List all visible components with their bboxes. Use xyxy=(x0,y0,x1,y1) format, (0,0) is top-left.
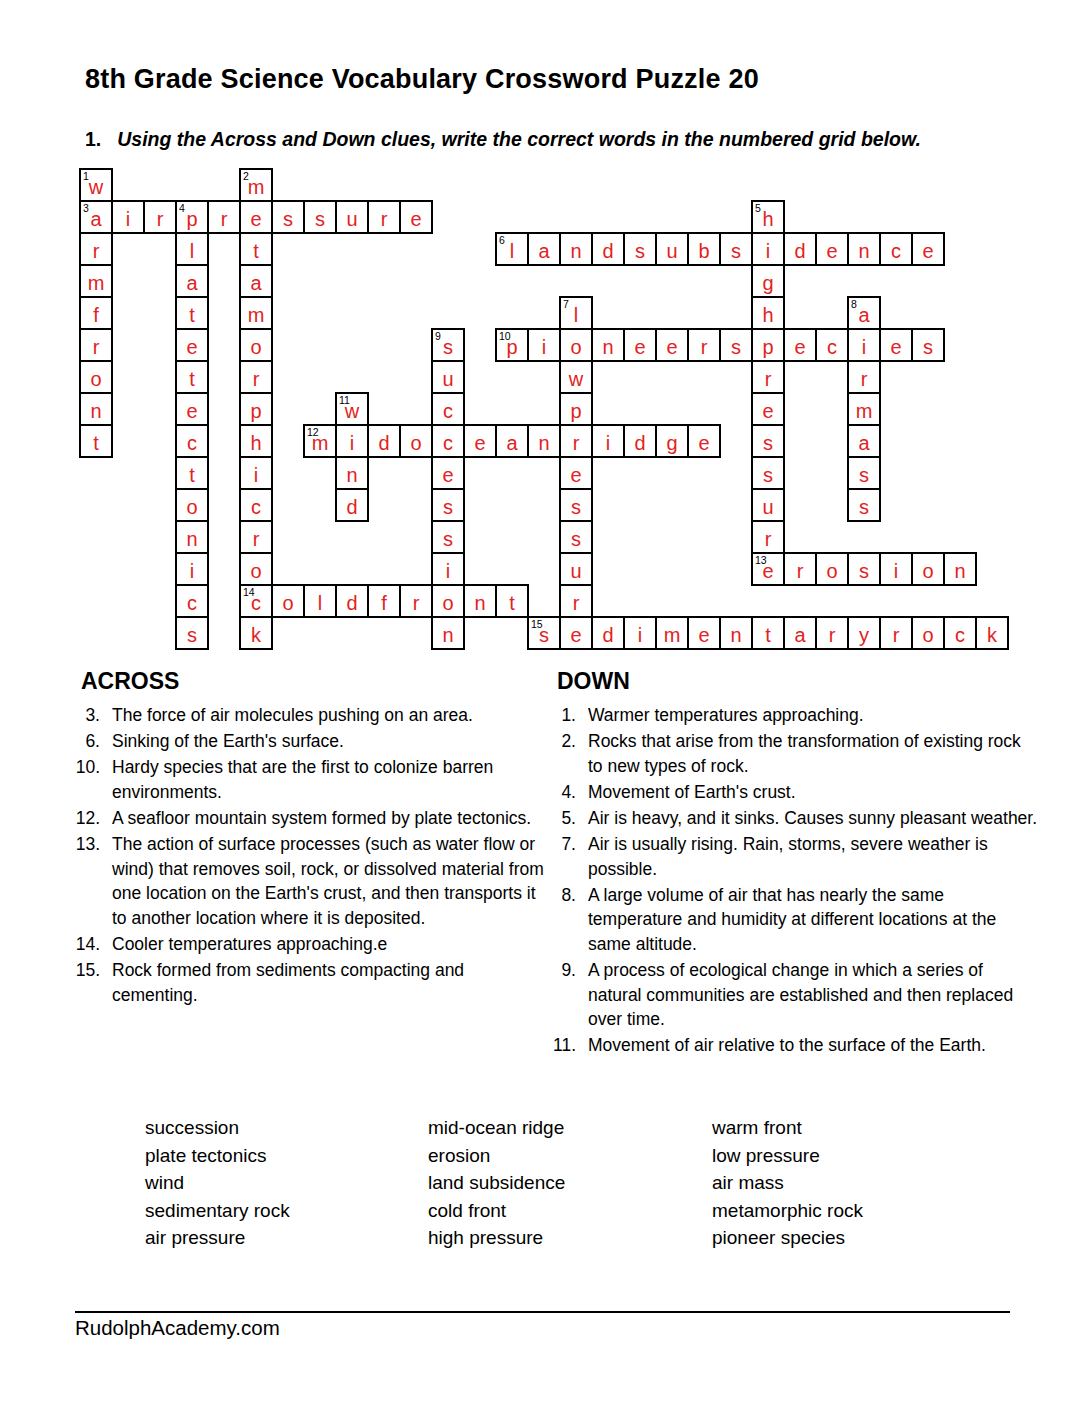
clue-item: 1.Warmer temperatures approaching. xyxy=(540,703,1040,728)
grid-cell[interactable]: s xyxy=(719,328,753,362)
cell-letter: i xyxy=(337,432,367,454)
cell-letter: d xyxy=(369,432,399,454)
grid-cell[interactable]: 10p xyxy=(495,328,529,362)
cell-letter: i xyxy=(177,560,207,582)
grid-cell[interactable]: n xyxy=(79,392,113,426)
grid-cell[interactable]: y xyxy=(847,616,881,650)
cell-letter: w xyxy=(81,176,111,198)
cell-letter: i xyxy=(849,336,879,358)
grid-cell[interactable]: u xyxy=(335,200,369,234)
clue-item: 2.Rocks that arise from the transformati… xyxy=(540,729,1040,778)
grid-cell[interactable]: s xyxy=(559,488,593,522)
cell-letter: c xyxy=(817,336,847,358)
cell-letter: i xyxy=(881,560,911,582)
grid-cell[interactable]: r xyxy=(559,424,593,458)
grid-cell[interactable]: a xyxy=(783,616,817,650)
cell-letter: s xyxy=(625,240,655,262)
grid-cell[interactable]: 11w xyxy=(335,392,369,426)
grid-cell[interactable]: e xyxy=(815,232,849,266)
across-clue-list: 3.The force of air molecules pushing on … xyxy=(64,703,546,1007)
grid-cell[interactable]: c xyxy=(175,424,209,458)
cell-letter: r xyxy=(561,432,591,454)
cell-letter: o xyxy=(241,560,271,582)
clue-item-number: 10. xyxy=(64,755,100,804)
word-bank-word: plate tectonics xyxy=(145,1142,290,1170)
cell-letter: r xyxy=(369,208,399,230)
grid-cell[interactable]: 13e xyxy=(751,552,785,586)
cell-letter: u xyxy=(657,240,687,262)
cell-letter: s xyxy=(529,624,559,646)
clue-item-text: Rocks that arise from the transformation… xyxy=(588,729,1040,778)
cell-letter: n xyxy=(465,592,495,614)
cell-letter: c xyxy=(881,240,911,262)
grid-cell[interactable]: d xyxy=(335,488,369,522)
clue-item-number: 1. xyxy=(540,703,576,728)
cell-letter: f xyxy=(369,592,399,614)
cell-letter: d xyxy=(785,240,815,262)
clue-item-number: 8. xyxy=(540,883,576,957)
grid-cell[interactable]: a xyxy=(175,264,209,298)
clue-item-number: 14. xyxy=(64,932,100,957)
grid-cell[interactable]: s xyxy=(271,200,305,234)
grid-cell[interactable]: d xyxy=(367,424,401,458)
grid-cell[interactable]: e xyxy=(655,328,689,362)
clue-item-number: 2. xyxy=(540,729,576,778)
grid-cell[interactable]: t xyxy=(495,584,529,618)
grid-cell[interactable]: a xyxy=(847,424,881,458)
grid-cell[interactable]: s xyxy=(559,520,593,554)
cell-letter: e xyxy=(561,624,591,646)
grid-cell[interactable]: f xyxy=(367,584,401,618)
grid-cell[interactable]: e xyxy=(623,328,657,362)
grid-cell[interactable]: e xyxy=(751,392,785,426)
grid-cell[interactable]: 9s xyxy=(431,328,465,362)
cell-letter: n xyxy=(561,240,591,262)
grid-cell[interactable]: k xyxy=(239,616,273,650)
clue-item: 10.Hardy species that are the first to c… xyxy=(64,755,546,804)
grid-cell[interactable]: s xyxy=(303,200,337,234)
grid-cell[interactable]: p xyxy=(239,392,273,426)
grid-cell[interactable]: 12m xyxy=(303,424,337,458)
grid-cell[interactable]: n xyxy=(591,328,625,362)
cell-letter: m xyxy=(305,432,335,454)
grid-cell[interactable]: n xyxy=(559,232,593,266)
down-heading: DOWN xyxy=(557,668,1040,695)
grid-cell[interactable]: u xyxy=(655,232,689,266)
grid-cell[interactable]: u xyxy=(751,488,785,522)
cell-letter: a xyxy=(849,432,879,454)
cell-letter: r xyxy=(817,624,847,646)
cell-letter: o xyxy=(81,368,111,390)
grid-cell[interactable]: i xyxy=(239,456,273,490)
clue-item-number: 6. xyxy=(64,729,100,754)
grid-cell[interactable]: e xyxy=(559,616,593,650)
grid-cell[interactable]: i xyxy=(431,552,465,586)
grid-cell[interactable]: t xyxy=(751,616,785,650)
footer-divider xyxy=(75,1311,1010,1313)
grid-cell[interactable]: s xyxy=(847,488,881,522)
grid-cell[interactable]: a xyxy=(239,264,273,298)
cell-letter: o xyxy=(561,336,591,358)
grid-cell[interactable]: o xyxy=(79,360,113,394)
cell-letter: u xyxy=(433,368,463,390)
grid-cell[interactable]: i xyxy=(591,424,625,458)
cell-letter: r xyxy=(561,592,591,614)
cell-letter: e xyxy=(657,336,687,358)
grid-cell[interactable]: 7l xyxy=(559,296,593,330)
grid-cell[interactable]: i xyxy=(111,200,145,234)
across-heading: ACROSS xyxy=(81,668,546,695)
cell-letter: r xyxy=(689,336,719,358)
cell-letter: e xyxy=(433,464,463,486)
grid-cell[interactable]: b xyxy=(687,232,721,266)
cell-letter: w xyxy=(337,400,367,422)
grid-cell[interactable]: m xyxy=(655,616,689,650)
grid-cell[interactable]: 15s xyxy=(527,616,561,650)
cell-letter: e xyxy=(465,432,495,454)
grid-cell[interactable]: r xyxy=(815,616,849,650)
clue-item-number: 12. xyxy=(64,806,100,831)
cell-letter: e xyxy=(785,336,815,358)
grid-cell[interactable]: i xyxy=(879,552,913,586)
grid-cell[interactable]: r xyxy=(207,200,241,234)
grid-cell[interactable]: g xyxy=(655,424,689,458)
clue-item-text: Air is usually rising. Rain, storms, sev… xyxy=(588,832,1040,881)
grid-cell[interactable]: o xyxy=(271,584,305,618)
grid-cell[interactable]: 3a xyxy=(79,200,113,234)
grid-cell[interactable]: p xyxy=(559,392,593,426)
clue-item-text: Hardy species that are the first to colo… xyxy=(112,755,546,804)
clue-item-number: 3. xyxy=(64,703,100,728)
grid-cell[interactable]: s xyxy=(911,328,945,362)
cell-letter: r xyxy=(209,208,239,230)
grid-cell[interactable]: d xyxy=(783,232,817,266)
grid-cell[interactable]: e xyxy=(463,424,497,458)
clue-item-text: Rock formed from sediments compacting an… xyxy=(112,958,546,1007)
grid-cell[interactable]: p xyxy=(751,328,785,362)
cell-letter: l xyxy=(177,240,207,262)
grid-cell[interactable]: t xyxy=(175,360,209,394)
grid-cell[interactable]: c xyxy=(879,232,913,266)
cell-letter: t xyxy=(81,432,111,454)
grid-cell[interactable]: e xyxy=(783,328,817,362)
clue-item-number: 4. xyxy=(540,780,576,805)
grid-cell[interactable]: m xyxy=(79,264,113,298)
grid-cell[interactable]: h xyxy=(239,424,273,458)
cell-letter: d xyxy=(593,240,623,262)
cell-letter: t xyxy=(177,464,207,486)
grid-cell[interactable]: i xyxy=(847,328,881,362)
grid-cell[interactable]: r xyxy=(399,584,433,618)
grid-cell[interactable]: 4p xyxy=(175,200,209,234)
cell-letter: s xyxy=(849,496,879,518)
cell-letter: i xyxy=(529,336,559,358)
grid-cell[interactable]: t xyxy=(175,456,209,490)
cell-letter: t xyxy=(753,624,783,646)
grid-cell[interactable]: r xyxy=(751,360,785,394)
grid-cell[interactable]: r xyxy=(879,616,913,650)
grid-cell[interactable]: r xyxy=(367,200,401,234)
cell-letter: e xyxy=(625,336,655,358)
grid-cell[interactable]: 6l xyxy=(495,232,529,266)
cell-letter: p xyxy=(753,336,783,358)
cell-letter: u xyxy=(561,560,591,582)
grid-cell[interactable]: e xyxy=(175,328,209,362)
grid-cell[interactable]: o xyxy=(239,328,273,362)
cell-letter: r xyxy=(401,592,431,614)
cell-letter: r xyxy=(753,368,783,390)
cell-letter: h xyxy=(241,432,271,454)
grid-cell[interactable]: i xyxy=(527,328,561,362)
cell-letter: k xyxy=(241,624,271,646)
clue-item-number: 15. xyxy=(64,958,100,1007)
worksheet-page: 8th Grade Science Vocabulary Crossword P… xyxy=(0,0,1088,1408)
cell-letter: n xyxy=(849,240,879,262)
grid-cell[interactable]: d xyxy=(335,584,369,618)
clue-item-text: A process of ecological change in which … xyxy=(588,958,1040,1032)
clue-item-text: Air is heavy, and it sinks. Causes sunny… xyxy=(588,806,1040,831)
grid-cell[interactable]: t xyxy=(79,424,113,458)
word-bank-word: pioneer species xyxy=(712,1224,863,1252)
cell-letter: o xyxy=(913,560,943,582)
grid-cell[interactable]: d xyxy=(591,232,625,266)
grid-cell[interactable]: o xyxy=(559,328,593,362)
cell-letter: e xyxy=(401,208,431,230)
grid-cell[interactable]: f xyxy=(79,296,113,330)
grid-cell[interactable]: c xyxy=(943,616,977,650)
word-bank-word: air mass xyxy=(712,1169,863,1197)
grid-cell[interactable]: o xyxy=(431,584,465,618)
down-clue-list: 1.Warmer temperatures approaching.2.Rock… xyxy=(540,703,1040,1058)
grid-cell[interactable]: s xyxy=(751,456,785,490)
grid-cell[interactable]: n xyxy=(943,552,977,586)
cell-letter: s xyxy=(849,560,879,582)
grid-cell[interactable]: r xyxy=(847,360,881,394)
cell-letter: o xyxy=(401,432,431,454)
clue-item-text: Movement of air relative to the surface … xyxy=(588,1033,1040,1058)
grid-cell[interactable]: e xyxy=(559,456,593,490)
cell-letter: i xyxy=(753,240,783,262)
cell-letter: o xyxy=(817,560,847,582)
clue-item-text: Cooler temperatures approaching.e xyxy=(112,932,546,957)
grid-cell[interactable]: s xyxy=(719,232,753,266)
cell-letter: f xyxy=(81,304,111,326)
down-section: DOWN 1.Warmer temperatures approaching.2… xyxy=(540,668,1040,1059)
grid-cell[interactable]: c xyxy=(239,488,273,522)
cell-letter: p xyxy=(561,400,591,422)
grid-cell[interactable]: s xyxy=(847,552,881,586)
grid-cell[interactable]: i xyxy=(751,232,785,266)
grid-cell[interactable]: l xyxy=(175,232,209,266)
clue-item: 3.The force of air molecules pushing on … xyxy=(64,703,546,728)
grid-cell[interactable]: r xyxy=(79,232,113,266)
cell-letter: t xyxy=(241,240,271,262)
grid-cell[interactable]: e xyxy=(431,456,465,490)
grid-cell[interactable]: r xyxy=(239,520,273,554)
cell-letter: c xyxy=(433,400,463,422)
grid-cell[interactable]: d xyxy=(591,616,625,650)
cell-letter: c xyxy=(433,432,463,454)
cell-letter: d xyxy=(593,624,623,646)
grid-cell[interactable]: o xyxy=(911,616,945,650)
grid-cell[interactable]: m xyxy=(239,296,273,330)
grid-cell[interactable]: r xyxy=(79,328,113,362)
grid-cell[interactable]: t xyxy=(175,296,209,330)
grid-cell[interactable]: e xyxy=(687,616,721,650)
cell-letter: m xyxy=(849,400,879,422)
grid-cell[interactable]: w xyxy=(559,360,593,394)
cell-letter: r xyxy=(881,624,911,646)
grid-cell[interactable]: e xyxy=(687,424,721,458)
grid-cell[interactable]: o xyxy=(175,488,209,522)
cell-letter: w xyxy=(561,368,591,390)
cell-letter: d xyxy=(625,432,655,454)
clue-item: 7.Air is usually rising. Rain, storms, s… xyxy=(540,832,1040,881)
grid-cell[interactable]: r xyxy=(239,360,273,394)
grid-cell[interactable]: o xyxy=(239,552,273,586)
clue-item-text: Sinking of the Earth's surface. xyxy=(112,729,546,754)
cell-letter: u xyxy=(753,496,783,518)
word-bank-word: wind xyxy=(145,1169,290,1197)
grid-cell[interactable]: g xyxy=(751,264,785,298)
cell-letter: p xyxy=(241,400,271,422)
cell-letter: b xyxy=(689,240,719,262)
cell-letter: s xyxy=(433,496,463,518)
grid-cell[interactable]: r xyxy=(783,552,817,586)
grid-cell[interactable]: r xyxy=(143,200,177,234)
grid-cell[interactable]: s xyxy=(847,456,881,490)
grid-cell[interactable]: 1w xyxy=(79,168,113,202)
grid-cell[interactable]: u xyxy=(431,360,465,394)
grid-cell[interactable]: o xyxy=(399,424,433,458)
clue-item: 12.A seafloor mountain system formed by … xyxy=(64,806,546,831)
grid-cell[interactable]: o xyxy=(911,552,945,586)
cell-letter: o xyxy=(913,624,943,646)
clue-item-text: A large volume of air that has nearly th… xyxy=(588,883,1040,957)
grid-cell[interactable]: t xyxy=(239,232,273,266)
cell-letter: p xyxy=(497,336,527,358)
cell-letter: r xyxy=(785,560,815,582)
grid-cell[interactable]: l xyxy=(303,584,337,618)
grid-cell[interactable]: s xyxy=(623,232,657,266)
grid-cell[interactable]: 14c xyxy=(239,584,273,618)
grid-cell[interactable]: n xyxy=(719,616,753,650)
cell-letter: s xyxy=(177,624,207,646)
word-bank-word: high pressure xyxy=(428,1224,565,1252)
grid-cell[interactable]: 5h xyxy=(751,200,785,234)
cell-letter: m xyxy=(241,304,271,326)
grid-cell[interactable]: c xyxy=(431,424,465,458)
cell-letter: a xyxy=(529,240,559,262)
word-bank-word: mid-ocean ridge xyxy=(428,1114,565,1142)
grid-cell[interactable]: s xyxy=(431,520,465,554)
grid-cell[interactable]: h xyxy=(751,296,785,330)
cell-letter: i xyxy=(241,464,271,486)
cell-letter: e xyxy=(913,240,943,262)
cell-letter: e xyxy=(689,432,719,454)
cell-letter: l xyxy=(305,592,335,614)
grid-cell[interactable]: n xyxy=(463,584,497,618)
cell-letter: r xyxy=(145,208,175,230)
word-bank-word: land subsidence xyxy=(428,1169,565,1197)
grid-cell[interactable]: s xyxy=(431,488,465,522)
grid-cell[interactable]: m xyxy=(847,392,881,426)
grid-cell[interactable]: c xyxy=(175,584,209,618)
grid-cell[interactable]: i xyxy=(335,424,369,458)
grid-cell[interactable]: e xyxy=(175,392,209,426)
grid-cell[interactable]: 2m xyxy=(239,168,273,202)
word-bank-word: air pressure xyxy=(145,1224,290,1252)
grid-cell[interactable]: e xyxy=(239,200,273,234)
cell-letter: n xyxy=(433,624,463,646)
grid-cell[interactable]: r xyxy=(559,584,593,618)
cell-letter: r xyxy=(241,368,271,390)
grid-cell[interactable]: n xyxy=(847,232,881,266)
grid-cell[interactable]: o xyxy=(815,552,849,586)
cell-letter: e xyxy=(881,336,911,358)
grid-cell[interactable]: u xyxy=(559,552,593,586)
cell-letter: i xyxy=(433,560,463,582)
grid-cell[interactable]: n xyxy=(527,424,561,458)
cell-letter: c xyxy=(177,432,207,454)
instruction: 1.Using the Across and Down clues, write… xyxy=(85,128,921,151)
grid-cell[interactable]: r xyxy=(687,328,721,362)
grid-cell[interactable]: a xyxy=(495,424,529,458)
cell-letter: n xyxy=(593,336,623,358)
clue-item: 13.The action of surface processes (such… xyxy=(64,832,546,930)
instruction-text: Using the Across and Down clues, write t… xyxy=(117,128,921,150)
cell-letter: a xyxy=(785,624,815,646)
footer-site-link[interactable]: RudolphAcademy.com xyxy=(75,1316,280,1340)
clue-item-text: Warmer temperatures approaching. xyxy=(588,703,1040,728)
grid-cell[interactable]: n xyxy=(175,520,209,554)
clue-item-text: The force of air molecules pushing on an… xyxy=(112,703,546,728)
cell-letter: m xyxy=(81,272,111,294)
grid-cell[interactable]: n xyxy=(431,616,465,650)
grid-cell[interactable]: i xyxy=(623,616,657,650)
grid-cell[interactable]: r xyxy=(751,520,785,554)
cell-letter: e xyxy=(753,560,783,582)
grid-cell[interactable]: i xyxy=(175,552,209,586)
grid-cell[interactable]: c xyxy=(431,392,465,426)
word-bank-word: succession xyxy=(145,1114,290,1142)
cell-letter: s xyxy=(561,496,591,518)
grid-cell[interactable]: e xyxy=(879,328,913,362)
cell-letter: e xyxy=(817,240,847,262)
grid-cell[interactable]: e xyxy=(911,232,945,266)
grid-cell[interactable]: d xyxy=(623,424,657,458)
cell-letter: s xyxy=(273,208,303,230)
clue-item: 5.Air is heavy, and it sinks. Causes sun… xyxy=(540,806,1040,831)
grid-cell[interactable]: 8a xyxy=(847,296,881,330)
clue-item: 14.Cooler temperatures approaching.e xyxy=(64,932,546,957)
grid-cell[interactable]: a xyxy=(527,232,561,266)
cell-letter: n xyxy=(945,560,975,582)
grid-cell[interactable]: k xyxy=(975,616,1009,650)
grid-cell[interactable]: e xyxy=(399,200,433,234)
cell-letter: h xyxy=(753,304,783,326)
grid-cell[interactable]: c xyxy=(815,328,849,362)
grid-cell[interactable]: s xyxy=(751,424,785,458)
word-bank-column-3: warm frontlow pressureair massmetamorphi… xyxy=(712,1114,863,1252)
grid-cell[interactable]: n xyxy=(335,456,369,490)
cell-letter: e xyxy=(177,336,207,358)
cell-letter: s xyxy=(721,240,751,262)
grid-cell[interactable]: s xyxy=(175,616,209,650)
cell-letter: r xyxy=(81,240,111,262)
cell-letter: k xyxy=(977,624,1007,646)
cell-letter: t xyxy=(177,368,207,390)
